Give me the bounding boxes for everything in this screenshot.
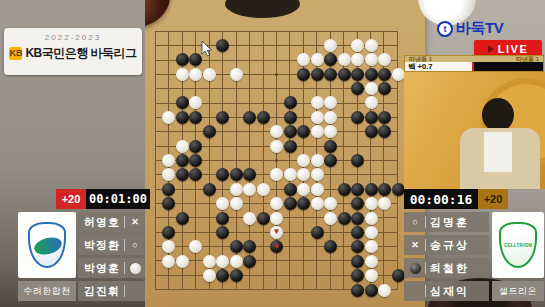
white-stone[interactable] xyxy=(365,226,378,239)
white-stone[interactable] xyxy=(243,183,256,196)
left-player-row: 허영호 ✕ xyxy=(78,212,145,232)
white-stone[interactable] xyxy=(270,212,283,225)
white-stone[interactable] xyxy=(176,140,189,153)
white-stone[interactable] xyxy=(176,68,189,81)
hoshi-point xyxy=(275,159,278,162)
season-label: 2022-2023 xyxy=(4,33,142,42)
white-stone[interactable] xyxy=(324,39,337,52)
white-stone[interactable] xyxy=(230,68,243,81)
black-stone[interactable] xyxy=(216,226,229,239)
baduktv-logo-icon: t xyxy=(437,21,453,37)
black-stone[interactable] xyxy=(243,111,256,124)
hoshi-point xyxy=(275,73,278,76)
black-stone[interactable] xyxy=(338,212,351,225)
score-black-half xyxy=(474,62,543,71)
player-name: 심재익 xyxy=(430,284,469,299)
black-stone[interactable] xyxy=(338,183,351,196)
white-stone[interactable] xyxy=(189,68,202,81)
black-stone[interactable] xyxy=(176,154,189,167)
black-stone[interactable] xyxy=(311,68,324,81)
player-name: 박영훈 xyxy=(84,261,120,276)
black-stone[interactable] xyxy=(365,111,378,124)
black-stone[interactable] xyxy=(284,125,297,138)
white-stone[interactable] xyxy=(311,111,324,124)
white-stone[interactable] xyxy=(365,212,378,225)
left-team-shield-icon xyxy=(28,222,66,268)
white-stone[interactable] xyxy=(351,39,364,52)
white-stone[interactable] xyxy=(365,39,378,52)
white-stone[interactable] xyxy=(297,183,310,196)
baduktv-logo-text: 바둑TV xyxy=(456,19,503,38)
black-stone[interactable] xyxy=(378,183,391,196)
baduktv-logo: t 바둑TV xyxy=(437,19,503,38)
black-stone[interactable] xyxy=(311,226,324,239)
black-stone[interactable] xyxy=(176,111,189,124)
black-stone[interactable] xyxy=(365,284,378,297)
player-name: 송규상 xyxy=(430,238,469,253)
black-stone[interactable] xyxy=(203,183,216,196)
white-stone[interactable] xyxy=(311,125,324,138)
right-team-logo: CELLTRION xyxy=(492,212,544,278)
left-player-row: 김진휘 xyxy=(78,281,145,301)
black-stone[interactable] xyxy=(284,111,297,124)
white-stone[interactable] xyxy=(203,255,216,268)
black-stone[interactable] xyxy=(351,111,364,124)
right-player-camera xyxy=(404,72,545,189)
left-team-name: 수려한합천 xyxy=(18,281,76,301)
black-stone[interactable] xyxy=(257,212,270,225)
black-stone[interactable] xyxy=(351,226,364,239)
black-stone[interactable] xyxy=(351,212,364,225)
black-stone[interactable] xyxy=(257,111,270,124)
black-stone[interactable] xyxy=(351,82,364,95)
black-stone[interactable] xyxy=(230,240,243,253)
white-stone[interactable] xyxy=(203,269,216,282)
black-stone[interactable] xyxy=(338,68,351,81)
left-player-row: 박영훈 xyxy=(78,258,145,278)
player-name: 최철한 xyxy=(430,261,469,276)
black-stone[interactable] xyxy=(176,168,189,181)
right-player-head xyxy=(482,98,514,132)
black-stone[interactable] xyxy=(392,269,405,282)
white-stone[interactable] xyxy=(243,212,256,225)
white-stone[interactable] xyxy=(324,111,337,124)
black-stone[interactable] xyxy=(351,68,364,81)
white-stone[interactable] xyxy=(230,255,243,268)
black-stone[interactable] xyxy=(284,183,297,196)
black-stone[interactable] xyxy=(176,53,189,66)
right-player-row: ✕ 송규상 xyxy=(404,235,489,255)
white-stone[interactable] xyxy=(216,255,229,268)
black-stone[interactable] xyxy=(176,212,189,225)
white-stone[interactable] xyxy=(162,154,175,167)
black-stone[interactable] xyxy=(392,183,405,196)
black-stone[interactable] xyxy=(203,125,216,138)
white-stone[interactable] xyxy=(338,53,351,66)
black-stone[interactable] xyxy=(189,111,202,124)
broadcast-screen: ▼▼ 2022-2023 KB KB국민은행 바둑리그 인터리그 2라운드 1경… xyxy=(0,0,545,307)
white-stone[interactable] xyxy=(392,68,405,81)
black-stone[interactable] xyxy=(324,68,337,81)
black-stone[interactable] xyxy=(230,168,243,181)
player-name: 허영호 xyxy=(84,215,120,230)
white-stone[interactable] xyxy=(230,183,243,196)
black-stone[interactable] xyxy=(365,183,378,196)
right-team-shield-icon: CELLTRION xyxy=(499,222,537,268)
black-stone[interactable] xyxy=(365,125,378,138)
black-stone[interactable] xyxy=(243,255,256,268)
last-move-triangle-marker: ▼ xyxy=(273,243,281,251)
white-stone[interactable] xyxy=(297,154,310,167)
black-stone[interactable] xyxy=(284,96,297,109)
live-label: LIVE xyxy=(498,43,528,55)
black-stone[interactable] xyxy=(162,226,175,239)
black-stone[interactable] xyxy=(216,111,229,124)
white-stone[interactable] xyxy=(311,197,324,210)
black-stone[interactable] xyxy=(351,154,364,167)
white-stone[interactable] xyxy=(311,168,324,181)
black-stone[interactable] xyxy=(378,111,391,124)
white-stone[interactable] xyxy=(365,240,378,253)
left-player-row: 박정환 ○ xyxy=(78,235,145,255)
white-stone[interactable] xyxy=(311,96,324,109)
white-stone[interactable] xyxy=(365,53,378,66)
white-stone[interactable] xyxy=(162,255,175,268)
black-stone[interactable] xyxy=(378,68,391,81)
kb-logo-icon: KB xyxy=(9,47,22,60)
white-stone[interactable] xyxy=(311,183,324,196)
right-player-row: 최철한 xyxy=(404,258,489,278)
player-name: 김진휘 xyxy=(84,284,120,299)
white-stone[interactable] xyxy=(365,82,378,95)
white-stone[interactable] xyxy=(270,140,283,153)
black-stone[interactable] xyxy=(216,212,229,225)
left-clock: 00:01:00 xyxy=(86,189,150,209)
event-title: KB국민은행 바둑리그 xyxy=(25,45,136,62)
player-name: 김명훈 xyxy=(430,215,469,230)
white-stone[interactable] xyxy=(162,111,175,124)
right-player-row: 심재익 xyxy=(404,281,489,301)
white-stone[interactable] xyxy=(311,154,324,167)
black-stone[interactable] xyxy=(284,140,297,153)
black-stone[interactable] xyxy=(189,154,202,167)
left-byoyomi-badge: +20 xyxy=(56,189,86,209)
black-stone[interactable] xyxy=(284,197,297,210)
black-stone[interactable] xyxy=(324,154,337,167)
result-mark-icon: ○ xyxy=(129,240,141,250)
go-board[interactable]: ▼▼ xyxy=(143,0,425,307)
white-stone[interactable] xyxy=(284,168,297,181)
stone-color-icon xyxy=(409,263,421,274)
result-mark-icon: ○ xyxy=(409,217,421,227)
score-estimate: 백 +0.7 xyxy=(405,62,472,71)
black-stone[interactable] xyxy=(324,140,337,153)
black-stone[interactable] xyxy=(176,96,189,109)
white-stone[interactable] xyxy=(176,255,189,268)
event-title-card: 2022-2023 KB KB국민은행 바둑리그 xyxy=(4,28,142,75)
black-stone[interactable] xyxy=(189,140,202,153)
mouse-cursor-icon xyxy=(201,41,213,57)
black-stone[interactable] xyxy=(230,269,243,282)
right-player-row: ○ 김명훈 xyxy=(404,212,489,232)
white-stone[interactable] xyxy=(324,212,337,225)
right-team-name: 셀트리온 xyxy=(492,281,544,301)
black-stone[interactable] xyxy=(351,284,364,297)
player-name: 박정환 xyxy=(84,238,120,253)
white-stone[interactable] xyxy=(257,183,270,196)
white-stone[interactable] xyxy=(203,68,216,81)
last-move-triangle-marker: ▼ xyxy=(273,228,281,236)
white-stone[interactable] xyxy=(311,53,324,66)
white-stone[interactable] xyxy=(365,197,378,210)
white-stone[interactable] xyxy=(365,255,378,268)
black-stone[interactable] xyxy=(297,68,310,81)
live-arrow-icon xyxy=(488,45,494,53)
white-stone[interactable] xyxy=(230,197,243,210)
result-mark-icon: ✕ xyxy=(409,240,421,250)
black-stone[interactable] xyxy=(351,255,364,268)
white-stone[interactable] xyxy=(378,284,391,297)
ai-score-bar: 따낸돌 1 따낸돌 1 백 +0.7 xyxy=(404,55,544,72)
right-clock: 00:00:16 xyxy=(404,189,478,209)
left-team-logo xyxy=(18,212,76,278)
black-stone[interactable] xyxy=(365,68,378,81)
black-stone[interactable] xyxy=(351,183,364,196)
result-mark-icon: ✕ xyxy=(129,217,141,227)
black-stone[interactable] xyxy=(216,39,229,52)
right-byoyomi-badge: +20 xyxy=(478,189,508,209)
black-stone[interactable] xyxy=(378,82,391,95)
black-stone[interactable] xyxy=(162,183,175,196)
stone-color-icon xyxy=(129,263,141,274)
white-stone[interactable] xyxy=(365,96,378,109)
right-player-shirt xyxy=(484,132,512,172)
white-stone[interactable] xyxy=(365,269,378,282)
